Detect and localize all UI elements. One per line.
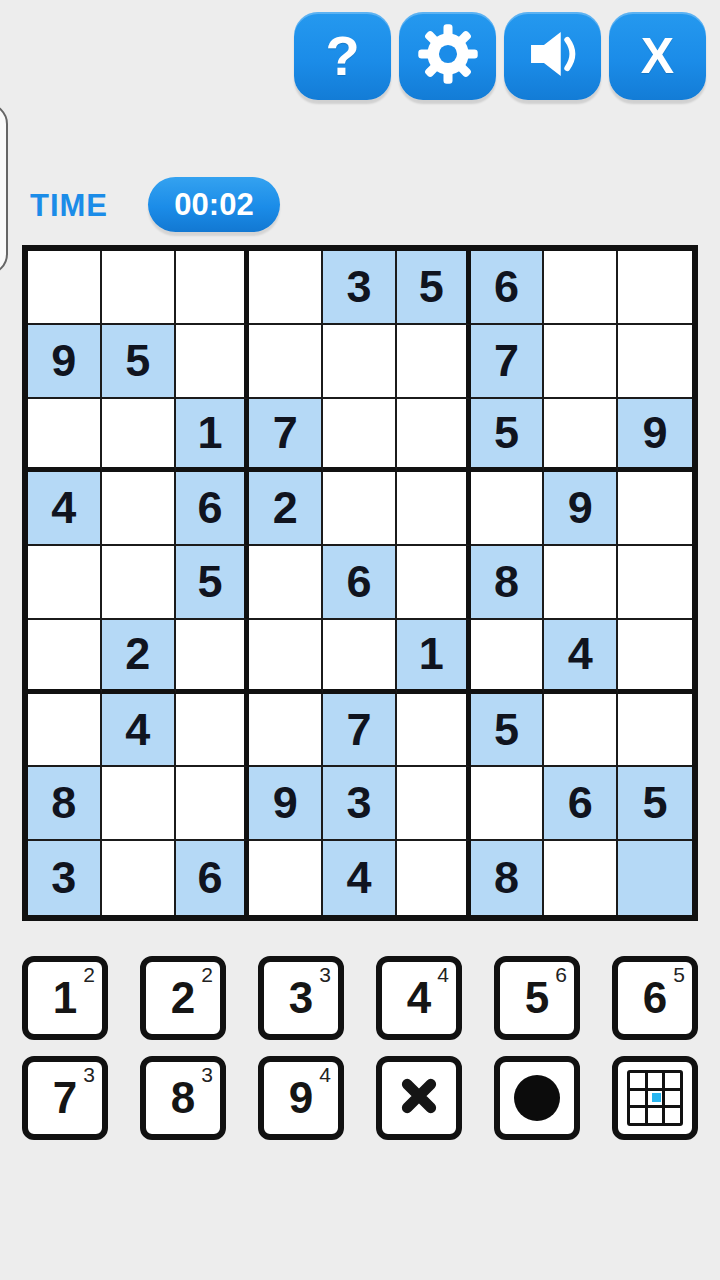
key-count-badge: 4: [437, 964, 449, 985]
digit-key-4[interactable]: 44: [376, 956, 462, 1040]
key-count-badge: 6: [555, 964, 567, 985]
cell-r9c6[interactable]: [397, 841, 471, 915]
cell-r7c2[interactable]: 4: [102, 694, 176, 768]
cell-r9c9[interactable]: [618, 841, 692, 915]
key-count-badge: 3: [319, 964, 331, 985]
cell-r8c1[interactable]: 8: [28, 767, 102, 841]
question-mark-icon: ?: [325, 28, 359, 84]
cell-r1c7[interactable]: 6: [471, 251, 545, 325]
cell-r5c2[interactable]: [102, 546, 176, 620]
cell-r2c2[interactable]: 5: [102, 325, 176, 399]
cell-r2c5[interactable]: [323, 325, 397, 399]
cell-r8c4[interactable]: 9: [249, 767, 323, 841]
key-count-badge: 3: [201, 1064, 213, 1085]
side-drawer-handle[interactable]: [0, 103, 8, 275]
cell-r6c2[interactable]: 2: [102, 620, 176, 694]
key-digit: 4: [407, 976, 431, 1020]
key-digit: 5: [525, 976, 549, 1020]
cell-r8c2[interactable]: [102, 767, 176, 841]
cell-r1c4[interactable]: [249, 251, 323, 325]
x-cross-icon: [393, 1070, 445, 1126]
sound-button[interactable]: [504, 12, 601, 100]
cell-r5c9[interactable]: [618, 546, 692, 620]
notes-button[interactable]: [612, 1056, 698, 1140]
cell-r1c1[interactable]: [28, 251, 102, 325]
key-digit: 9: [289, 1076, 313, 1120]
key-count-badge: 4: [319, 1064, 331, 1085]
header-bar: ?: [294, 12, 706, 100]
key-digit: 7: [53, 1076, 77, 1120]
cell-r7c7[interactable]: 5: [471, 694, 545, 768]
cell-r3c7[interactable]: 5: [471, 399, 545, 473]
key-count-badge: 5: [673, 964, 685, 985]
timer-display: 00:02: [148, 177, 280, 232]
cell-r8c8[interactable]: 6: [544, 767, 618, 841]
cell-r9c8[interactable]: [544, 841, 618, 915]
cell-r6c1[interactable]: [28, 620, 102, 694]
cell-r7c9[interactable]: [618, 694, 692, 768]
cell-r7c3[interactable]: [176, 694, 250, 768]
cell-r9c5[interactable]: 4: [323, 841, 397, 915]
settings-button[interactable]: [399, 12, 496, 100]
key-digit: 1: [53, 976, 77, 1020]
key-digit: 8: [171, 1076, 195, 1120]
close-x-icon: X: [641, 31, 674, 81]
cell-r9c7[interactable]: 8: [471, 841, 545, 915]
cell-r9c4[interactable]: [249, 841, 323, 915]
cell-r7c1[interactable]: [28, 694, 102, 768]
digit-key-7[interactable]: 73: [22, 1056, 108, 1140]
cell-r6c4[interactable]: [249, 620, 323, 694]
cell-r3c4[interactable]: 7: [249, 399, 323, 473]
digit-key-6[interactable]: 65: [612, 956, 698, 1040]
cell-r8c9[interactable]: 5: [618, 767, 692, 841]
cell-r7c8[interactable]: [544, 694, 618, 768]
cell-r8c7[interactable]: [471, 767, 545, 841]
cell-r4c8[interactable]: 9: [544, 472, 618, 546]
cell-r2c6[interactable]: [397, 325, 471, 399]
cell-r1c5[interactable]: 3: [323, 251, 397, 325]
cell-r9c1[interactable]: 3: [28, 841, 102, 915]
cell-r1c3[interactable]: [176, 251, 250, 325]
digit-key-9[interactable]: 94: [258, 1056, 344, 1140]
cell-r4c9[interactable]: [618, 472, 692, 546]
digit-key-2[interactable]: 22: [140, 956, 226, 1040]
cell-r9c2[interactable]: [102, 841, 176, 915]
cell-r4c4[interactable]: 2: [249, 472, 323, 546]
cell-r1c2[interactable]: [102, 251, 176, 325]
cell-r2c9[interactable]: [618, 325, 692, 399]
cell-r8c6[interactable]: [397, 767, 471, 841]
digit-key-3[interactable]: 33: [258, 956, 344, 1040]
cell-r1c6[interactable]: 5: [397, 251, 471, 325]
mark-button[interactable]: [494, 1056, 580, 1140]
key-digit: 2: [171, 976, 195, 1020]
cell-r5c1[interactable]: [28, 546, 102, 620]
cell-r2c3[interactable]: [176, 325, 250, 399]
cell-r4c2[interactable]: [102, 472, 176, 546]
cell-r3c9[interactable]: 9: [618, 399, 692, 473]
cell-r2c8[interactable]: [544, 325, 618, 399]
key-count-badge: 2: [201, 964, 213, 985]
cell-r6c7[interactable]: [471, 620, 545, 694]
cell-r7c6[interactable]: [397, 694, 471, 768]
key-count-badge: 2: [83, 964, 95, 985]
cell-r4c1[interactable]: 4: [28, 472, 102, 546]
numpad-row-2: 738394: [22, 1056, 698, 1140]
cell-r6c9[interactable]: [618, 620, 692, 694]
digit-key-8[interactable]: 83: [140, 1056, 226, 1140]
cell-r3c6[interactable]: [397, 399, 471, 473]
speaker-icon: [522, 23, 584, 89]
gear-icon: [417, 23, 479, 89]
cell-r9c3[interactable]: 6: [176, 841, 250, 915]
digit-key-1[interactable]: 12: [22, 956, 108, 1040]
time-label: TIME: [30, 188, 108, 224]
filled-circle-icon: [514, 1075, 560, 1121]
cell-r6c3[interactable]: [176, 620, 250, 694]
cell-r5c6[interactable]: [397, 546, 471, 620]
sudoku-board: 35695717594629568214475893653648: [22, 245, 698, 921]
timer-value: 00:02: [174, 187, 253, 223]
cell-r1c8[interactable]: [544, 251, 618, 325]
cell-r5c8[interactable]: [544, 546, 618, 620]
cell-r4c7[interactable]: [471, 472, 545, 546]
cell-r3c5[interactable]: [323, 399, 397, 473]
digit-key-5[interactable]: 56: [494, 956, 580, 1040]
key-count-badge: 3: [83, 1064, 95, 1085]
cell-r4c6[interactable]: [397, 472, 471, 546]
cell-r3c1[interactable]: [28, 399, 102, 473]
cell-r7c5[interactable]: 7: [323, 694, 397, 768]
cell-r4c5[interactable]: [323, 472, 397, 546]
erase-button[interactable]: [376, 1056, 462, 1140]
notes-grid-icon: [627, 1070, 683, 1126]
cell-r5c5[interactable]: 6: [323, 546, 397, 620]
cell-r7c4[interactable]: [249, 694, 323, 768]
cell-r6c5[interactable]: [323, 620, 397, 694]
help-button[interactable]: ?: [294, 12, 391, 100]
cell-r3c2[interactable]: [102, 399, 176, 473]
cell-r5c4[interactable]: [249, 546, 323, 620]
key-digit: 3: [289, 976, 313, 1020]
cell-r2c7[interactable]: 7: [471, 325, 545, 399]
cell-r2c1[interactable]: 9: [28, 325, 102, 399]
cell-r6c8[interactable]: 4: [544, 620, 618, 694]
close-button[interactable]: X: [609, 12, 706, 100]
cell-r5c3[interactable]: 5: [176, 546, 250, 620]
cell-r5c7[interactable]: 8: [471, 546, 545, 620]
cell-r8c5[interactable]: 3: [323, 767, 397, 841]
cell-r1c9[interactable]: [618, 251, 692, 325]
cell-r3c3[interactable]: 1: [176, 399, 250, 473]
key-digit: 6: [643, 976, 667, 1020]
cell-r4c3[interactable]: 6: [176, 472, 250, 546]
cell-r6c6[interactable]: 1: [397, 620, 471, 694]
cell-r2c4[interactable]: [249, 325, 323, 399]
cell-r8c3[interactable]: [176, 767, 250, 841]
cell-r3c8[interactable]: [544, 399, 618, 473]
numpad-row-1: 122233445665: [22, 956, 698, 1040]
